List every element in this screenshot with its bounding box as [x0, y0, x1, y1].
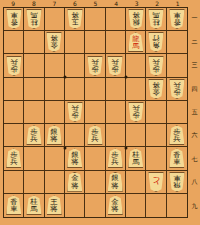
square-6一[interactable]: 玉将 [65, 8, 85, 31]
rank-label-三: 三 [189, 54, 200, 77]
square-3二[interactable]: 龍馬 [126, 31, 146, 54]
piece-22-角行-gote[interactable]: 角行 [147, 32, 164, 52]
piece-kanji: 兵 [30, 136, 37, 144]
piece-65-歩兵-gote[interactable]: 歩兵 [66, 102, 83, 122]
piece-kanji: 金 [51, 41, 58, 49]
piece-93-歩兵-gote[interactable]: 歩兵 [5, 56, 22, 76]
square-4九[interactable]: 金将 [106, 194, 126, 217]
square-9二[interactable] [4, 31, 24, 54]
piece-89-桂馬-sente[interactable]: 桂馬 [25, 195, 42, 215]
square-8七[interactable] [24, 147, 44, 170]
file-label-1: 1 [168, 0, 189, 7]
piece-kanji: 兵 [10, 57, 17, 65]
square-6五[interactable]: 歩兵 [65, 101, 85, 124]
piece-81-桂馬-gote[interactable]: 桂馬 [25, 9, 42, 29]
file-label-9: 9 [3, 0, 24, 7]
piece-kanji: 兵 [91, 57, 98, 65]
square-8三[interactable] [24, 54, 44, 77]
square-9六[interactable] [4, 124, 24, 147]
rank-label-七: 七 [189, 148, 200, 171]
square-3四[interactable] [126, 78, 146, 101]
square-2四[interactable]: 金将 [146, 78, 166, 101]
square-2一[interactable]: 桂馬 [146, 8, 166, 31]
piece-kanji: 兵 [91, 136, 98, 144]
square-1二[interactable] [167, 31, 187, 54]
piece-23-歩兵-gote[interactable]: 歩兵 [147, 56, 164, 76]
rank-label-八: 八 [189, 171, 200, 194]
square-1六[interactable]: 歩兵 [167, 124, 187, 147]
piece-kanji: 桂 [152, 18, 159, 26]
star-point [63, 146, 66, 149]
square-2九[interactable] [146, 194, 166, 217]
square-8四[interactable] [24, 78, 44, 101]
square-6八[interactable]: 金将 [65, 171, 85, 194]
piece-37-桂馬-sente[interactable]: 桂馬 [127, 148, 144, 168]
file-label-6: 6 [65, 0, 86, 7]
piece-kanji: 馬 [152, 11, 159, 19]
square-1三[interactable] [167, 54, 187, 77]
piece-kanji: 将 [51, 136, 58, 144]
piece-99-香車-sente[interactable]: 香車 [5, 195, 22, 215]
square-5七[interactable] [85, 147, 105, 170]
square-3五[interactable]: 歩兵 [126, 101, 146, 124]
square-9一[interactable]: 香車 [4, 8, 24, 31]
piece-47-歩兵-sente[interactable]: 歩兵 [107, 148, 124, 168]
square-4七[interactable]: 歩兵 [106, 147, 126, 170]
file-label-4: 4 [106, 0, 127, 7]
square-2二[interactable]: 角行 [146, 31, 166, 54]
square-2五[interactable] [146, 101, 166, 124]
piece-17-香車-sente[interactable]: 香車 [168, 148, 185, 168]
piece-kanji: 兵 [152, 57, 159, 65]
piece-kanji: 兵 [112, 57, 119, 65]
piece-kanji: 角 [152, 41, 159, 49]
square-4六[interactable] [106, 124, 126, 147]
square-4四[interactable] [106, 78, 126, 101]
piece-72-金将-gote[interactable]: 金将 [46, 32, 63, 52]
piece-kanji: 車 [10, 11, 17, 19]
shogi-diagram: 987654321 一二三四五六七八九 香車桂馬玉将銀将桂馬香車金将龍馬角行歩兵… [0, 0, 200, 225]
piece-31-銀将-gote[interactable]: 銀将 [127, 9, 144, 29]
rank-label-四: 四 [189, 77, 200, 100]
square-8五[interactable] [24, 101, 44, 124]
square-9七[interactable]: 歩兵 [4, 147, 24, 170]
piece-kanji: 車 [10, 206, 17, 214]
square-6九[interactable] [65, 194, 85, 217]
square-7五[interactable] [45, 101, 65, 124]
square-7九[interactable]: 王将 [45, 194, 65, 217]
piece-kanji: 玉 [71, 18, 78, 26]
square-3一[interactable]: 銀将 [126, 8, 146, 31]
square-1九[interactable] [167, 194, 187, 217]
piece-91-香車-gote[interactable]: 香車 [5, 9, 22, 29]
piece-kanji: 兵 [173, 136, 180, 144]
square-7二[interactable]: 金将 [45, 31, 65, 54]
piece-kanji: 車 [173, 11, 180, 19]
piece-18-飛車-gote[interactable]: 飛車 [168, 172, 185, 192]
file-label-8: 8 [24, 0, 45, 7]
file-label-2: 2 [147, 0, 168, 7]
square-8九[interactable]: 桂馬 [24, 194, 44, 217]
piece-24-金将-gote[interactable]: 金将 [147, 79, 164, 99]
piece-16-歩兵-sente[interactable]: 歩兵 [168, 125, 185, 145]
square-7六[interactable]: 銀将 [45, 124, 65, 147]
piece-11-香車-gote[interactable]: 香車 [168, 9, 185, 29]
square-5四[interactable] [85, 78, 105, 101]
piece-kanji: 桂 [30, 18, 37, 26]
square-5五[interactable] [85, 101, 105, 124]
square-4一[interactable] [106, 8, 126, 31]
square-3三[interactable] [126, 54, 146, 77]
square-7七[interactable] [45, 147, 65, 170]
file-label-3: 3 [126, 0, 147, 7]
piece-48-銀将-sente[interactable]: 銀将 [107, 172, 124, 192]
piece-kanji: 兵 [10, 159, 17, 167]
square-9四[interactable] [4, 78, 24, 101]
piece-35-歩兵-gote[interactable]: 歩兵 [127, 102, 144, 122]
square-7八[interactable] [45, 171, 65, 194]
square-7四[interactable] [45, 78, 65, 101]
piece-kanji: 将 [112, 183, 119, 191]
piece-kanji: 行 [152, 34, 159, 42]
piece-28-と-gote[interactable]: と [147, 172, 164, 192]
piece-kanji: 車 [173, 173, 180, 181]
piece-kanji: 兵 [71, 103, 78, 111]
square-5八[interactable] [85, 171, 105, 194]
square-9三[interactable]: 歩兵 [4, 54, 24, 77]
square-6二[interactable] [65, 31, 85, 54]
rank-label-一: 一 [189, 7, 200, 30]
piece-kanji: 将 [71, 11, 78, 19]
piece-76-銀将-sente[interactable]: 銀将 [46, 125, 63, 145]
piece-kanji: 歩 [132, 111, 139, 119]
piece-53-歩兵-gote[interactable]: 歩兵 [86, 56, 103, 76]
star-point [63, 76, 66, 79]
piece-32-龍馬-sente[interactable]: 龍馬 [127, 32, 144, 52]
piece-67-銀将-sente[interactable]: 銀将 [66, 148, 83, 168]
piece-kanji: 香 [173, 18, 180, 26]
square-4五[interactable] [106, 101, 126, 124]
square-6三[interactable] [65, 54, 85, 77]
square-3九[interactable] [126, 194, 146, 217]
piece-56-歩兵-sente[interactable]: 歩兵 [86, 125, 103, 145]
piece-kanji: 将 [132, 11, 139, 19]
piece-kanji: 将 [51, 34, 58, 42]
square-5一[interactable] [85, 8, 105, 31]
square-8二[interactable] [24, 31, 44, 54]
piece-kanji: 将 [112, 206, 119, 214]
piece-kanji: 馬 [132, 43, 139, 51]
piece-kanji: 馬 [132, 159, 139, 167]
square-6六[interactable] [65, 124, 85, 147]
piece-kanji: 将 [71, 183, 78, 191]
square-9九[interactable]: 香車 [4, 194, 24, 217]
piece-kanji: 将 [71, 159, 78, 167]
file-label-7: 7 [44, 0, 65, 7]
square-2三[interactable]: 歩兵 [146, 54, 166, 77]
piece-kanji: 車 [173, 159, 180, 167]
square-2六[interactable] [146, 124, 166, 147]
square-3八[interactable] [126, 171, 146, 194]
piece-43-歩兵-gote[interactable]: 歩兵 [107, 56, 124, 76]
square-8八[interactable] [24, 171, 44, 194]
square-6四[interactable] [65, 78, 85, 101]
piece-97-歩兵-sente[interactable]: 歩兵 [5, 148, 22, 168]
piece-kanji: 将 [51, 206, 58, 214]
rank-label-五: 五 [189, 101, 200, 124]
square-3六[interactable] [126, 124, 146, 147]
square-9五[interactable] [4, 101, 24, 124]
square-1四[interactable]: 歩兵 [167, 78, 187, 101]
piece-14-歩兵-gote[interactable]: 歩兵 [168, 79, 185, 99]
rank-label-二: 二 [189, 30, 200, 53]
square-5三[interactable]: 歩兵 [85, 54, 105, 77]
star-point [125, 146, 128, 149]
piece-kanji: 将 [152, 80, 159, 88]
shogi-board[interactable]: 香車桂馬玉将銀将桂馬香車金将龍馬角行歩兵歩兵歩兵歩兵金将歩兵歩兵歩兵歩兵銀将歩兵… [3, 7, 188, 218]
square-4二[interactable] [106, 31, 126, 54]
square-6七[interactable]: 銀将 [65, 147, 85, 170]
square-3七[interactable]: 桂馬 [126, 147, 146, 170]
square-2七[interactable] [146, 147, 166, 170]
square-5六[interactable]: 歩兵 [85, 124, 105, 147]
rank-labels: 一二三四五六七八九 [189, 7, 200, 218]
piece-61-玉将-gote[interactable]: 玉将 [66, 9, 83, 29]
square-4三[interactable]: 歩兵 [106, 54, 126, 77]
file-label-5: 5 [85, 0, 106, 7]
piece-kanji: 歩 [71, 111, 78, 119]
square-1七[interactable]: 香車 [167, 147, 187, 170]
piece-kanji: 兵 [173, 80, 180, 88]
piece-kanji: 馬 [30, 11, 37, 19]
piece-kanji: 銀 [132, 18, 139, 26]
square-2八[interactable]: と [146, 171, 166, 194]
square-8六[interactable]: 歩兵 [24, 124, 44, 147]
piece-79-王将-sente[interactable]: 王将 [46, 195, 63, 215]
piece-kanji: と [151, 176, 161, 185]
piece-21-桂馬-gote[interactable]: 桂馬 [147, 9, 164, 29]
piece-kanji: 兵 [132, 103, 139, 111]
rank-label-九: 九 [189, 195, 200, 218]
piece-kanji: 香 [10, 18, 17, 26]
file-labels: 987654321 [3, 0, 188, 7]
square-1五[interactable] [167, 101, 187, 124]
square-8一[interactable]: 桂馬 [24, 8, 44, 31]
piece-kanji: 兵 [112, 159, 119, 167]
square-9八[interactable] [4, 171, 24, 194]
square-7一[interactable] [45, 8, 65, 31]
piece-kanji: 馬 [30, 206, 37, 214]
square-5九[interactable] [85, 194, 105, 217]
square-1一[interactable]: 香車 [167, 8, 187, 31]
square-5二[interactable] [85, 31, 105, 54]
square-4八[interactable]: 銀将 [106, 171, 126, 194]
piece-68-金将-sente[interactable]: 金将 [66, 172, 83, 192]
rank-label-六: 六 [189, 124, 200, 147]
star-point [125, 76, 128, 79]
square-1八[interactable]: 飛車 [167, 171, 187, 194]
piece-49-金将-sente[interactable]: 金将 [107, 195, 124, 215]
square-7三[interactable] [45, 54, 65, 77]
piece-86-歩兵-sente[interactable]: 歩兵 [25, 125, 42, 145]
